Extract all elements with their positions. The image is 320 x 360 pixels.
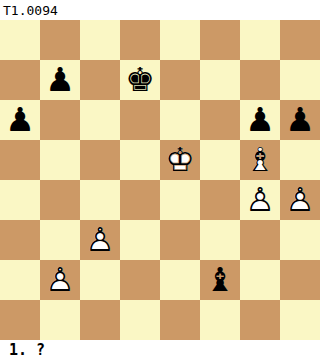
square-e6[interactable] — [160, 100, 200, 140]
square-f5[interactable] — [200, 140, 240, 180]
square-d2[interactable] — [120, 260, 160, 300]
black-king[interactable]: ♚ — [120, 60, 160, 100]
square-e8[interactable] — [160, 20, 200, 60]
square-c6[interactable] — [80, 100, 120, 140]
square-h2[interactable] — [280, 260, 320, 300]
black-bishop[interactable]: ♝ — [200, 260, 240, 300]
square-g8[interactable] — [240, 20, 280, 60]
white-pawn-outline-glyph: ♙ — [80, 220, 120, 260]
square-c7[interactable] — [80, 60, 120, 100]
square-a3[interactable] — [0, 220, 40, 260]
square-e1[interactable] — [160, 300, 200, 340]
square-b2[interactable]: ♟♙ — [40, 260, 80, 300]
square-c4[interactable] — [80, 180, 120, 220]
square-a2[interactable] — [0, 260, 40, 300]
square-a1[interactable] — [0, 300, 40, 340]
square-c8[interactable] — [80, 20, 120, 60]
square-c1[interactable] — [80, 300, 120, 340]
square-f3[interactable] — [200, 220, 240, 260]
square-h8[interactable] — [280, 20, 320, 60]
puzzle-id: T1.0094 — [3, 3, 58, 18]
square-b6[interactable] — [40, 100, 80, 140]
white-pawn-outline-glyph: ♙ — [240, 180, 280, 220]
chess-puzzle-window: T1.0094 ♟♚♟♟♟♚♔♝♗♟♙♟♙♟♙♟♙♝ 1. ? — [0, 0, 320, 360]
black-pawn[interactable]: ♟ — [280, 100, 320, 140]
square-f6[interactable] — [200, 100, 240, 140]
square-a7[interactable] — [0, 60, 40, 100]
square-g5[interactable]: ♝♗ — [240, 140, 280, 180]
square-c2[interactable] — [80, 260, 120, 300]
square-h1[interactable] — [280, 300, 320, 340]
square-a6[interactable]: ♟ — [0, 100, 40, 140]
square-c3[interactable]: ♟♙ — [80, 220, 120, 260]
square-f7[interactable] — [200, 60, 240, 100]
square-g1[interactable] — [240, 300, 280, 340]
square-b1[interactable] — [40, 300, 80, 340]
square-e7[interactable] — [160, 60, 200, 100]
square-h7[interactable] — [280, 60, 320, 100]
square-d1[interactable] — [120, 300, 160, 340]
square-b8[interactable] — [40, 20, 80, 60]
square-a5[interactable] — [0, 140, 40, 180]
white-bishop[interactable]: ♝♗ — [240, 140, 280, 180]
black-pawn[interactable]: ♟ — [240, 100, 280, 140]
footer-bar: 1. ? — [0, 340, 320, 360]
move-prompt: 1. ? — [9, 341, 45, 359]
title-bar: T1.0094 — [0, 0, 320, 20]
square-d6[interactable] — [120, 100, 160, 140]
square-g7[interactable] — [240, 60, 280, 100]
white-bishop-outline-glyph: ♗ — [240, 140, 280, 180]
square-d8[interactable] — [120, 20, 160, 60]
square-h4[interactable]: ♟♙ — [280, 180, 320, 220]
white-king[interactable]: ♚♔ — [160, 140, 200, 180]
square-d7[interactable]: ♚ — [120, 60, 160, 100]
square-b3[interactable] — [40, 220, 80, 260]
square-f2[interactable]: ♝ — [200, 260, 240, 300]
square-g6[interactable]: ♟ — [240, 100, 280, 140]
white-pawn[interactable]: ♟♙ — [40, 260, 80, 300]
square-f8[interactable] — [200, 20, 240, 60]
square-b5[interactable] — [40, 140, 80, 180]
square-f1[interactable] — [200, 300, 240, 340]
square-d3[interactable] — [120, 220, 160, 260]
black-pawn[interactable]: ♟ — [0, 100, 40, 140]
square-e3[interactable] — [160, 220, 200, 260]
white-pawn-outline-glyph: ♙ — [280, 180, 320, 220]
square-g2[interactable] — [240, 260, 280, 300]
square-b7[interactable]: ♟ — [40, 60, 80, 100]
white-pawn[interactable]: ♟♙ — [80, 220, 120, 260]
square-h5[interactable] — [280, 140, 320, 180]
square-e4[interactable] — [160, 180, 200, 220]
square-h3[interactable] — [280, 220, 320, 260]
chess-board: ♟♚♟♟♟♚♔♝♗♟♙♟♙♟♙♟♙♝ — [0, 20, 320, 340]
white-pawn[interactable]: ♟♙ — [240, 180, 280, 220]
square-h6[interactable]: ♟ — [280, 100, 320, 140]
white-king-outline-glyph: ♔ — [160, 140, 200, 180]
square-e2[interactable] — [160, 260, 200, 300]
square-g3[interactable] — [240, 220, 280, 260]
square-b4[interactable] — [40, 180, 80, 220]
square-a4[interactable] — [0, 180, 40, 220]
square-a8[interactable] — [0, 20, 40, 60]
square-f4[interactable] — [200, 180, 240, 220]
square-e5[interactable]: ♚♔ — [160, 140, 200, 180]
square-d4[interactable] — [120, 180, 160, 220]
white-pawn-outline-glyph: ♙ — [40, 260, 80, 300]
square-c5[interactable] — [80, 140, 120, 180]
black-pawn[interactable]: ♟ — [40, 60, 80, 100]
square-g4[interactable]: ♟♙ — [240, 180, 280, 220]
square-d5[interactable] — [120, 140, 160, 180]
white-pawn[interactable]: ♟♙ — [280, 180, 320, 220]
